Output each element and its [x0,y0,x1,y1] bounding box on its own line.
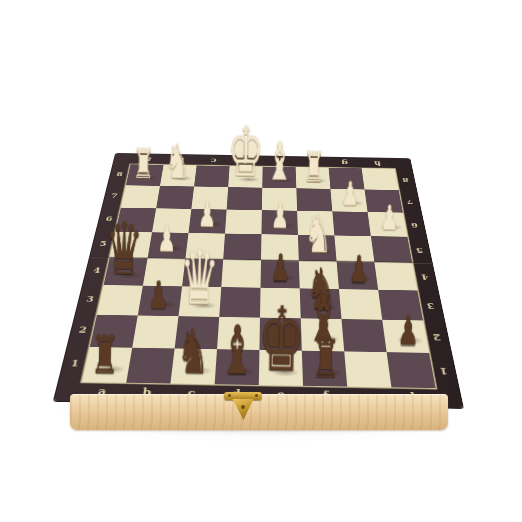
file-label-far-g: g [328,157,362,168]
rank-label-right-5: 5 [407,237,432,263]
piece-white-queen-c3[interactable]: ♛ [168,241,231,316]
product-photo: abcdefgh abcdefgh 12345678 12345678 ♜♞♚♝… [0,0,522,522]
file-label-far-b: b [164,154,198,165]
piece-black-pawn-h2[interactable]: ♟ [376,311,441,352]
piece-anchor-b8: ♞ [160,165,197,187]
file-label-far-a: a [131,154,166,165]
pine-box-front [70,394,448,430]
file-label-far-c: c [197,155,231,166]
piece-anchor-f1: ♜ [302,350,347,386]
clasp-screw [255,394,258,397]
clasp-screw [228,394,231,397]
piece-anchor-h2: ♟ [382,319,429,352]
clasp-shield [231,399,255,420]
rank-label-right-8: 8 [395,169,417,190]
brass-clasp[interactable] [222,392,264,424]
pieces-layer: ♜♞♚♝♜♟♟♟♟♟♞♛♟♟♟♛♞♝♟♜♞♝♚♜ [82,164,436,388]
file-label-far-d: d [230,156,263,167]
piece-black-queen-a4[interactable]: ♛ [93,212,154,284]
rank-label-right-6: 6 [403,213,427,237]
piece-black-rook-a1[interactable]: ♜ [71,328,139,382]
chess-board: abcdefgh abcdefgh 12345678 12345678 ♜♞♚♝… [54,154,463,409]
file-label-far-e: e [263,156,296,167]
file-label-far-f: f [295,157,328,168]
rank-label-right-7: 7 [399,190,422,213]
piece-anchor-a1: ♜ [82,347,132,383]
piece-black-rook-f1[interactable]: ♜ [291,332,359,386]
piece-anchor-c3: ♛ [178,286,221,317]
clasp-pin [241,405,245,409]
file-label-far-h: h [360,158,394,169]
piece-anchor-h6: ♟ [368,212,408,237]
